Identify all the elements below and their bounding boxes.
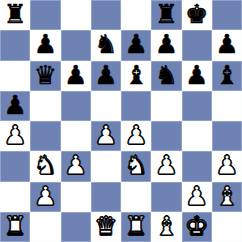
square-a3[interactable] <box>0 151 30 181</box>
square-c3[interactable]: ♟ <box>61 151 91 181</box>
piece-black-pawn[interactable]: ♟ <box>3 92 26 118</box>
square-f5[interactable] <box>151 91 181 121</box>
square-b3[interactable]: ♞ <box>30 151 60 181</box>
square-h2[interactable]: ♝ <box>212 182 242 212</box>
square-d4[interactable]: ♟ <box>91 121 121 151</box>
square-h3[interactable]: ♟ <box>212 151 242 181</box>
square-g2[interactable]: ♟ <box>182 182 212 212</box>
square-d5[interactable] <box>91 91 121 121</box>
piece-white-pawn[interactable]: ♟ <box>3 122 26 148</box>
square-h8[interactable] <box>212 0 242 30</box>
square-e4[interactable]: ♟ <box>121 121 151 151</box>
square-a2[interactable] <box>0 182 30 212</box>
piece-white-rook[interactable]: ♜ <box>124 213 147 239</box>
square-a1[interactable]: ♜ <box>0 212 30 242</box>
piece-white-pawn[interactable]: ♟ <box>94 122 117 148</box>
piece-black-rook[interactable]: ♜ <box>3 1 26 27</box>
square-d2[interactable] <box>91 182 121 212</box>
square-f3[interactable]: ♟ <box>151 151 181 181</box>
square-c6[interactable]: ♟ <box>61 61 91 91</box>
square-h5[interactable] <box>212 91 242 121</box>
square-a8[interactable]: ♜ <box>0 0 30 30</box>
square-g8[interactable]: ♚ <box>182 0 212 30</box>
piece-black-king[interactable]: ♚ <box>185 1 208 27</box>
square-d6[interactable]: ♟ <box>91 61 121 91</box>
piece-black-pawn[interactable]: ♟ <box>124 31 147 57</box>
piece-white-queen[interactable]: ♛ <box>94 213 117 239</box>
square-h6[interactable]: ♝ <box>212 61 242 91</box>
square-f2[interactable] <box>151 182 181 212</box>
square-g3[interactable] <box>182 151 212 181</box>
square-d7[interactable]: ♞ <box>91 30 121 60</box>
square-g4[interactable] <box>182 121 212 151</box>
square-d1[interactable]: ♛ <box>91 212 121 242</box>
square-c8[interactable] <box>61 0 91 30</box>
square-c1[interactable] <box>61 212 91 242</box>
piece-white-pawn[interactable]: ♟ <box>124 122 147 148</box>
piece-white-king[interactable]: ♚ <box>185 213 208 239</box>
piece-white-pawn[interactable]: ♟ <box>185 183 208 209</box>
square-c5[interactable] <box>61 91 91 121</box>
piece-white-pawn[interactable]: ♟ <box>215 152 238 178</box>
piece-white-rook[interactable]: ♜ <box>3 213 26 239</box>
square-g5[interactable] <box>182 91 212 121</box>
piece-black-queen[interactable]: ♛ <box>34 62 57 88</box>
square-a5[interactable]: ♟ <box>0 91 30 121</box>
square-f7[interactable]: ♟ <box>151 30 181 60</box>
chess-board: ♜♜♚♟♞♟♟♟♛♟♟♝♞♟♝♟♟♟♟♞♟♞♟♟♟♟♝♜♛♜♝♚ <box>0 0 242 242</box>
square-b7[interactable]: ♟ <box>30 30 60 60</box>
square-b1[interactable] <box>30 212 60 242</box>
piece-white-knight[interactable]: ♞ <box>124 152 147 178</box>
piece-black-pawn[interactable]: ♟ <box>64 62 87 88</box>
square-b8[interactable] <box>30 0 60 30</box>
square-b5[interactable] <box>30 91 60 121</box>
square-f6[interactable]: ♞ <box>151 61 181 91</box>
square-b6[interactable]: ♛ <box>30 61 60 91</box>
piece-black-pawn[interactable]: ♟ <box>34 31 57 57</box>
square-f1[interactable]: ♝ <box>151 212 181 242</box>
square-g6[interactable]: ♟ <box>182 61 212 91</box>
square-e5[interactable] <box>121 91 151 121</box>
square-h4[interactable] <box>212 121 242 151</box>
square-g7[interactable] <box>182 30 212 60</box>
square-g1[interactable]: ♚ <box>182 212 212 242</box>
square-a7[interactable] <box>0 30 30 60</box>
piece-black-knight[interactable]: ♞ <box>94 31 117 57</box>
square-h7[interactable]: ♟ <box>212 30 242 60</box>
square-c2[interactable] <box>61 182 91 212</box>
square-e2[interactable] <box>121 182 151 212</box>
square-e7[interactable]: ♟ <box>121 30 151 60</box>
piece-white-knight[interactable]: ♞ <box>34 152 57 178</box>
piece-black-bishop[interactable]: ♝ <box>124 62 147 88</box>
square-a6[interactable] <box>0 61 30 91</box>
square-b2[interactable]: ♟ <box>30 182 60 212</box>
piece-black-pawn[interactable]: ♟ <box>94 62 117 88</box>
square-e8[interactable] <box>121 0 151 30</box>
piece-black-pawn[interactable]: ♟ <box>185 62 208 88</box>
square-f8[interactable]: ♜ <box>151 0 181 30</box>
piece-white-bishop[interactable]: ♝ <box>215 183 238 209</box>
piece-black-knight[interactable]: ♞ <box>155 62 178 88</box>
square-c7[interactable] <box>61 30 91 60</box>
square-f4[interactable] <box>151 121 181 151</box>
piece-black-bishop[interactable]: ♝ <box>215 62 238 88</box>
square-e3[interactable]: ♞ <box>121 151 151 181</box>
square-e6[interactable]: ♝ <box>121 61 151 91</box>
piece-white-pawn[interactable]: ♟ <box>155 152 178 178</box>
piece-black-pawn[interactable]: ♟ <box>155 31 178 57</box>
piece-white-pawn[interactable]: ♟ <box>34 183 57 209</box>
square-h1[interactable] <box>212 212 242 242</box>
square-b4[interactable] <box>30 121 60 151</box>
square-a4[interactable]: ♟ <box>0 121 30 151</box>
square-c4[interactable] <box>61 121 91 151</box>
piece-white-bishop[interactable]: ♝ <box>155 213 178 239</box>
square-d8[interactable] <box>91 0 121 30</box>
piece-white-pawn[interactable]: ♟ <box>64 152 87 178</box>
piece-black-pawn[interactable]: ♟ <box>215 31 238 57</box>
square-d3[interactable] <box>91 151 121 181</box>
square-e1[interactable]: ♜ <box>121 212 151 242</box>
piece-black-rook[interactable]: ♜ <box>155 1 178 27</box>
